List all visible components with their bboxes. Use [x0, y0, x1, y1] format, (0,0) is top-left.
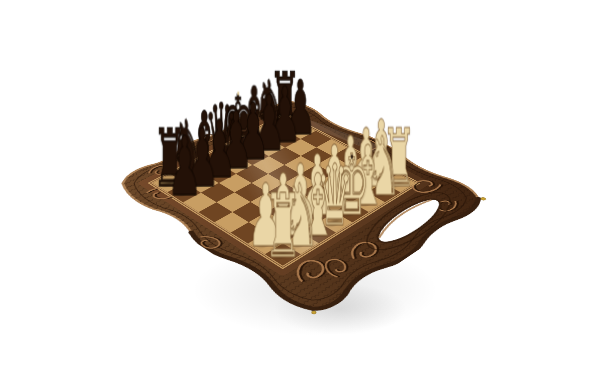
carved-walnut-tray: ♜♞♝♛♚♝♞♜♟♟♟♟♟♟♟♟♟♟♟♟♟♟♟♟♜♞♝♛♚♝♞♜ — [104, 92, 494, 320]
product-photo-canvas: ♜♞♝♛♚♝♞♜♟♟♟♟♟♟♟♟♟♟♟♟♟♟♟♟♜♞♝♛♚♝♞♜ — [0, 0, 600, 380]
piece-contact-shadow — [372, 185, 396, 199]
black-king-finial — [237, 91, 239, 95]
brass-pin — [311, 310, 317, 314]
perspective-scene: ♜♞♝♛♚♝♞♜♟♟♟♟♟♟♟♟♟♟♟♟♟♟♟♟♜♞♝♛♚♝♞♜ — [170, 42, 425, 338]
brass-latch — [480, 197, 487, 201]
